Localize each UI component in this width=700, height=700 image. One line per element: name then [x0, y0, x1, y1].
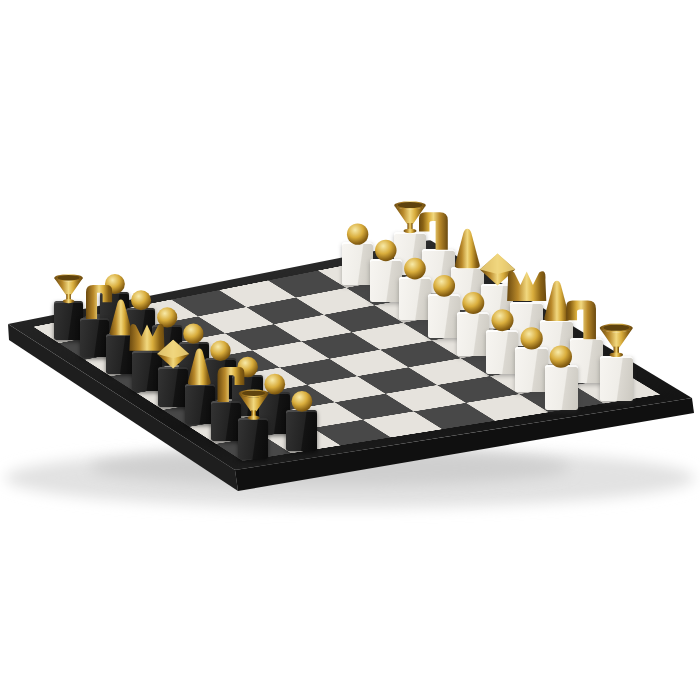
product-photo-stage [0, 0, 700, 700]
